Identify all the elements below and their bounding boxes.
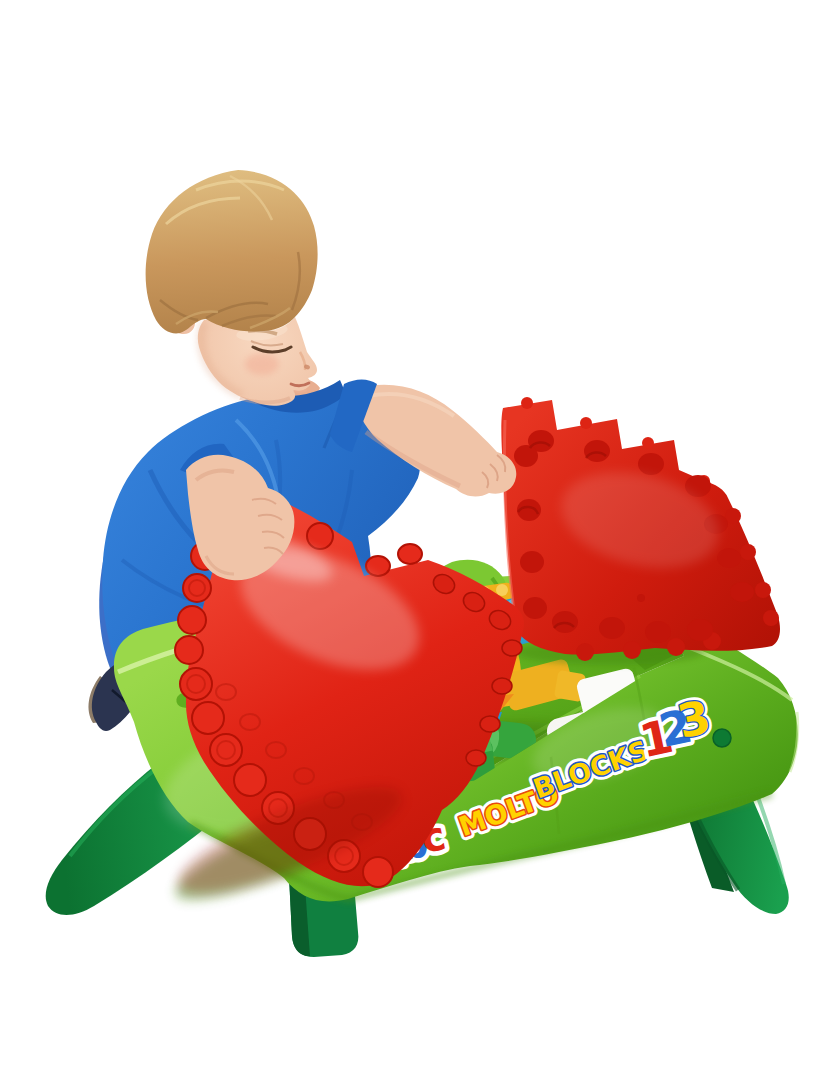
product-photo: a b c a b c MOLTO BLOCKS MOLTO BLOCKS 1 … bbox=[0, 0, 830, 1080]
screw-cap-right bbox=[713, 729, 731, 747]
cheek-blush bbox=[245, 353, 279, 375]
